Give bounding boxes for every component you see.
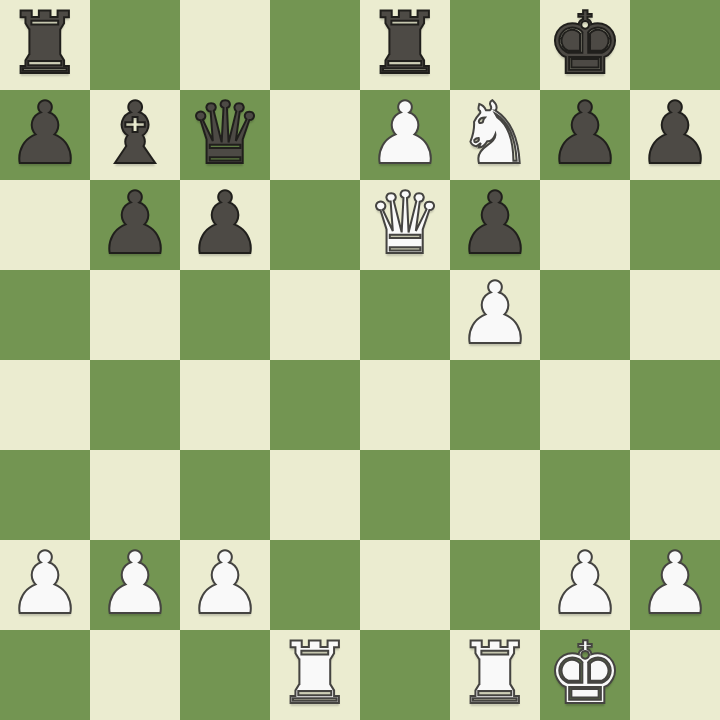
square-h2[interactable]: ♟ — [630, 540, 720, 630]
square-g4[interactable] — [540, 360, 630, 450]
square-b7[interactable]: ♝ — [90, 90, 180, 180]
square-b4[interactable] — [90, 360, 180, 450]
square-c4[interactable] — [180, 360, 270, 450]
square-g8[interactable]: ♚ — [540, 0, 630, 90]
square-a1[interactable] — [0, 630, 90, 720]
square-b6[interactable]: ♟ — [90, 180, 180, 270]
square-h3[interactable] — [630, 450, 720, 540]
square-c8[interactable] — [180, 0, 270, 90]
square-d1[interactable]: ♜ — [270, 630, 360, 720]
square-d7[interactable] — [270, 90, 360, 180]
black-bishop-icon[interactable]: ♝ — [96, 88, 173, 178]
white-pawn-icon[interactable]: ♟ — [96, 538, 173, 628]
black-pawn-icon[interactable]: ♟ — [96, 178, 173, 268]
square-a4[interactable] — [0, 360, 90, 450]
square-a5[interactable] — [0, 270, 90, 360]
white-king-icon[interactable]: ♚ — [546, 628, 623, 718]
square-g5[interactable] — [540, 270, 630, 360]
square-c7[interactable]: ♛ — [180, 90, 270, 180]
black-pawn-icon[interactable]: ♟ — [6, 88, 83, 178]
square-h6[interactable] — [630, 180, 720, 270]
white-pawn-icon[interactable]: ♟ — [366, 88, 443, 178]
square-f4[interactable] — [450, 360, 540, 450]
square-a3[interactable] — [0, 450, 90, 540]
square-g1[interactable]: ♚ — [540, 630, 630, 720]
square-e5[interactable] — [360, 270, 450, 360]
square-f1[interactable]: ♜ — [450, 630, 540, 720]
square-e6[interactable]: ♛ — [360, 180, 450, 270]
square-d4[interactable] — [270, 360, 360, 450]
square-f2[interactable] — [450, 540, 540, 630]
black-pawn-icon[interactable]: ♟ — [546, 88, 623, 178]
square-e7[interactable]: ♟ — [360, 90, 450, 180]
square-c1[interactable] — [180, 630, 270, 720]
white-knight-icon[interactable]: ♞ — [456, 88, 533, 178]
white-rook-icon[interactable]: ♜ — [456, 628, 533, 718]
square-e1[interactable] — [360, 630, 450, 720]
black-pawn-icon[interactable]: ♟ — [456, 178, 533, 268]
black-rook-icon[interactable]: ♜ — [6, 0, 83, 88]
white-pawn-icon[interactable]: ♟ — [636, 538, 713, 628]
square-a6[interactable] — [0, 180, 90, 270]
square-h4[interactable] — [630, 360, 720, 450]
square-g2[interactable]: ♟ — [540, 540, 630, 630]
square-b1[interactable] — [90, 630, 180, 720]
square-f6[interactable]: ♟ — [450, 180, 540, 270]
square-d5[interactable] — [270, 270, 360, 360]
square-h1[interactable] — [630, 630, 720, 720]
square-d6[interactable] — [270, 180, 360, 270]
square-h7[interactable]: ♟ — [630, 90, 720, 180]
square-b2[interactable]: ♟ — [90, 540, 180, 630]
white-pawn-icon[interactable]: ♟ — [456, 268, 533, 358]
square-g7[interactable]: ♟ — [540, 90, 630, 180]
square-h8[interactable] — [630, 0, 720, 90]
square-c6[interactable]: ♟ — [180, 180, 270, 270]
white-pawn-icon[interactable]: ♟ — [6, 538, 83, 628]
black-queen-icon[interactable]: ♛ — [186, 88, 263, 178]
white-rook-icon[interactable]: ♜ — [276, 628, 353, 718]
square-d8[interactable] — [270, 0, 360, 90]
black-pawn-icon[interactable]: ♟ — [186, 178, 263, 268]
chess-board-container: ♜♜♚♟♝♛♟♞♟♟♟♟♛♟♟♟♟♟♟♟♜♜♚ — [0, 0, 720, 720]
square-e2[interactable] — [360, 540, 450, 630]
black-pawn-icon[interactable]: ♟ — [636, 88, 713, 178]
square-a7[interactable]: ♟ — [0, 90, 90, 180]
square-f5[interactable]: ♟ — [450, 270, 540, 360]
square-b8[interactable] — [90, 0, 180, 90]
square-f3[interactable] — [450, 450, 540, 540]
square-c2[interactable]: ♟ — [180, 540, 270, 630]
black-rook-icon[interactable]: ♜ — [366, 0, 443, 88]
square-d2[interactable] — [270, 540, 360, 630]
square-f7[interactable]: ♞ — [450, 90, 540, 180]
square-c3[interactable] — [180, 450, 270, 540]
square-h5[interactable] — [630, 270, 720, 360]
square-d3[interactable] — [270, 450, 360, 540]
square-c5[interactable] — [180, 270, 270, 360]
square-a8[interactable]: ♜ — [0, 0, 90, 90]
chess-board: ♜♜♚♟♝♛♟♞♟♟♟♟♛♟♟♟♟♟♟♟♜♜♚ — [0, 0, 720, 720]
square-e3[interactable] — [360, 450, 450, 540]
square-f8[interactable] — [450, 0, 540, 90]
square-a2[interactable]: ♟ — [0, 540, 90, 630]
black-king-icon[interactable]: ♚ — [546, 0, 623, 88]
white-queen-icon[interactable]: ♛ — [366, 178, 443, 268]
square-b5[interactable] — [90, 270, 180, 360]
square-g3[interactable] — [540, 450, 630, 540]
square-b3[interactable] — [90, 450, 180, 540]
square-e4[interactable] — [360, 360, 450, 450]
square-e8[interactable]: ♜ — [360, 0, 450, 90]
white-pawn-icon[interactable]: ♟ — [546, 538, 623, 628]
square-g6[interactable] — [540, 180, 630, 270]
white-pawn-icon[interactable]: ♟ — [186, 538, 263, 628]
